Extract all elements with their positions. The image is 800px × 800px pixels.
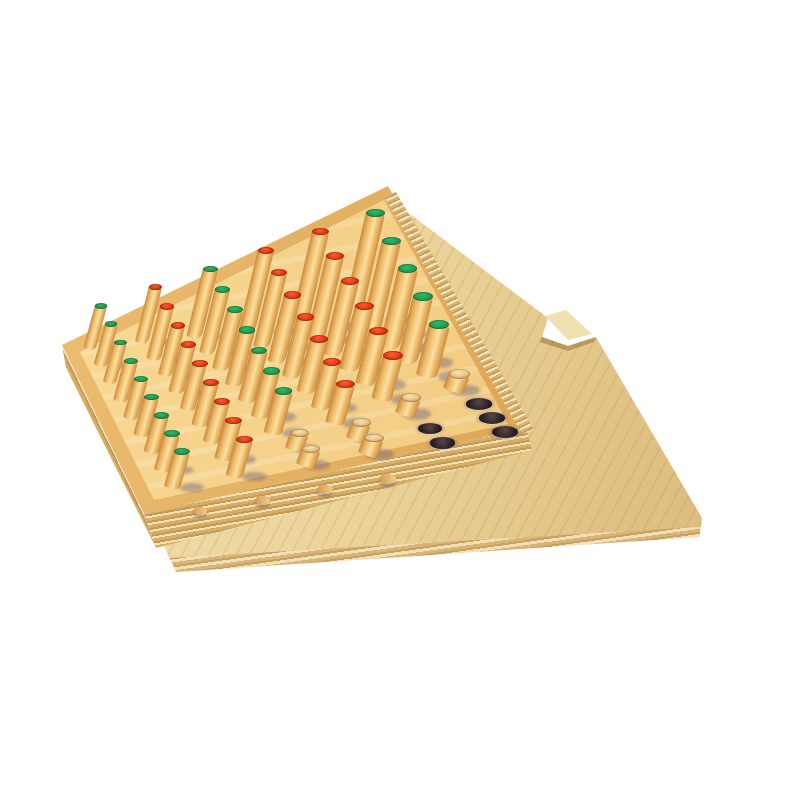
empty-hole-c6-r9[interactable] (492, 426, 519, 438)
peg-bottom-tip-c1 (193, 507, 206, 515)
peg-top-green-c3-r1[interactable] (203, 266, 218, 273)
peg-top-bare-c4-r9[interactable] (364, 434, 384, 443)
peg-top-red-c2-r6[interactable] (203, 379, 219, 386)
peg-top-red-c4-r4[interactable] (297, 313, 314, 321)
hole-shadow (180, 483, 204, 492)
product-photo-scene (0, 0, 800, 800)
peg-top-green-c1-r1[interactable] (95, 303, 107, 308)
peg-top-bare-c6-r6[interactable] (449, 369, 470, 378)
peg-top-red-c4-r1[interactable] (258, 247, 274, 254)
peg-top-green-c1-r4[interactable] (124, 358, 138, 364)
peg-top-green-c1-r2[interactable] (105, 321, 118, 327)
peg-top-red-c2-r5[interactable] (192, 360, 207, 367)
empty-hole-c5-r9[interactable] (430, 437, 455, 448)
empty-hole-c5-r8[interactable] (418, 423, 443, 434)
peg-top-red-c2-r8[interactable] (225, 417, 242, 425)
peg-top-green-c6-r1[interactable] (366, 209, 385, 217)
peg-top-green-c6-r2[interactable] (382, 237, 401, 246)
peg-top-green-c3-r7[interactable] (275, 387, 293, 395)
peg-top-red-c2-r2[interactable] (160, 303, 174, 309)
peg-top-red-c4-r7[interactable] (336, 380, 355, 389)
peg-top-bare-c3-r8[interactable] (291, 429, 309, 437)
peg-top-red-c2-r4[interactable] (181, 341, 196, 348)
peg-top-red-c4-r3[interactable] (284, 291, 301, 299)
peg-top-green-c3-r2[interactable] (215, 286, 230, 293)
peg-top-green-c1-r7[interactable] (154, 412, 169, 419)
peg-bottom-tip-c2 (255, 496, 270, 505)
peg-top-red-c5-r4[interactable] (355, 302, 374, 310)
empty-hole-c6-r7[interactable] (466, 398, 492, 409)
peg-top-red-c4-r6[interactable] (323, 358, 341, 366)
empty-hole-c6-r8[interactable] (479, 412, 505, 423)
peg-top-green-c1-r8[interactable] (164, 430, 180, 437)
hole-shadow (242, 472, 267, 482)
peg-top-red-c2-r3[interactable] (171, 322, 185, 328)
peg-top-green-c3-r4[interactable] (239, 326, 255, 333)
peg-top-green-c1-r5[interactable] (134, 376, 148, 382)
peg-bottom-tip-c4 (379, 474, 396, 484)
peg-top-green-c3-r6[interactable] (263, 367, 280, 375)
peg-top-green-c3-r3[interactable] (227, 306, 243, 313)
